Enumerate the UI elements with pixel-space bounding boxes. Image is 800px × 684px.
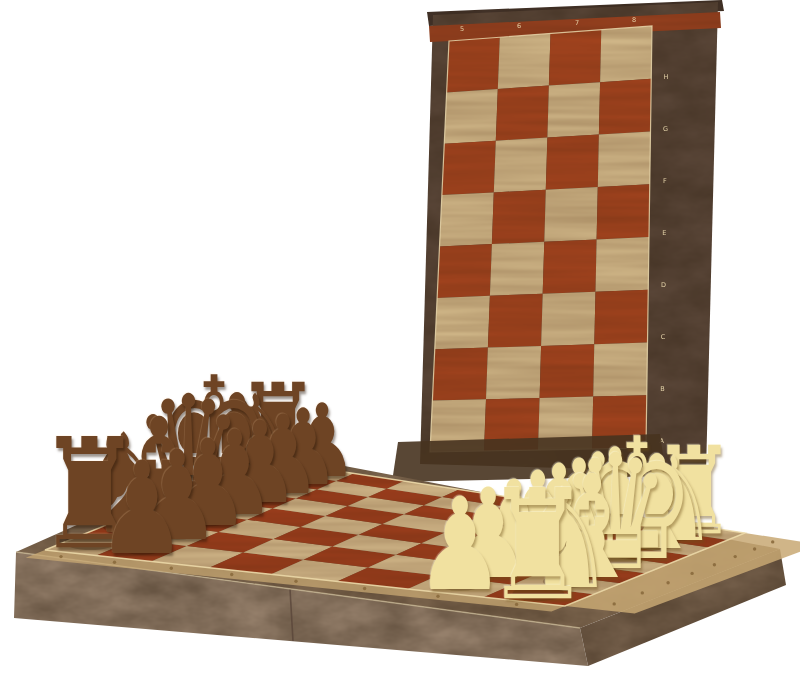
upright-square-r5c0 — [435, 296, 490, 350]
chess-set-product-photo: 5678HGFEDCBA ♜♟♟♜♞♟♟♞♝♟♟♝♚♟♟♚♛♟♟♛♝♟♟♝♞♟♟… — [0, 0, 800, 684]
rim-nail-dot — [753, 547, 756, 550]
upright-square-r4c2 — [543, 239, 597, 293]
upright-square-r3c0 — [440, 192, 494, 246]
upright-side-label-E: E — [662, 229, 666, 237]
upright-square-r6c1 — [486, 346, 541, 399]
upright-square-r2c2 — [546, 135, 599, 190]
rim-nail-dot — [230, 573, 233, 576]
upright-square-r4c1 — [490, 242, 544, 296]
rim-nail-dot — [294, 580, 297, 583]
upright-top-label-5: 5 — [460, 25, 464, 33]
upright-square-r1c0 — [444, 89, 498, 144]
piece-white-rook-a1[interactable]: ♜ — [485, 471, 591, 623]
piece-black-pawn-a7[interactable]: ♟ — [98, 445, 188, 573]
upright-top-label-7: 7 — [575, 19, 579, 27]
upright-square-r2c1 — [494, 138, 548, 193]
upright-square-r0c3 — [600, 26, 652, 82]
upright-square-r4c3 — [596, 237, 650, 292]
upright-square-r2c3 — [598, 132, 651, 188]
upright-square-r1c3 — [599, 79, 651, 135]
upright-top-label-6: 6 — [517, 22, 521, 30]
upright-square-r0c2 — [549, 30, 601, 86]
rim-nail-dot — [771, 540, 774, 543]
upright-side-label-B: B — [660, 385, 664, 393]
upright-square-r6c0 — [432, 348, 488, 401]
upright-side-label-H: H — [664, 73, 669, 81]
upright-square-r5c3 — [594, 290, 648, 344]
upright-square-r4c0 — [437, 244, 492, 298]
rim-nail-dot — [363, 587, 366, 590]
upright-side-label-G: G — [663, 125, 668, 133]
upright-side-label-C: C — [661, 333, 666, 341]
upright-board-squares — [430, 26, 652, 452]
upright-square-r3c2 — [544, 187, 598, 242]
upright-square-r0c0 — [447, 37, 500, 92]
upright-square-r2c0 — [442, 141, 496, 195]
upright-square-r3c1 — [492, 190, 546, 244]
upright-square-r5c1 — [488, 294, 543, 348]
upright-square-r5c2 — [541, 292, 595, 346]
upright-square-r3c3 — [597, 184, 650, 239]
upright-top-label-8: 8 — [632, 16, 636, 24]
upright-square-r1c2 — [547, 82, 600, 137]
upright-square-r6c2 — [540, 344, 595, 398]
upright-side-label-F: F — [663, 177, 667, 185]
upright-square-r6c3 — [593, 343, 647, 397]
upright-square-r0c1 — [498, 34, 551, 90]
upright-side-label-D: D — [661, 281, 666, 289]
upright-square-r1c1 — [496, 86, 549, 141]
